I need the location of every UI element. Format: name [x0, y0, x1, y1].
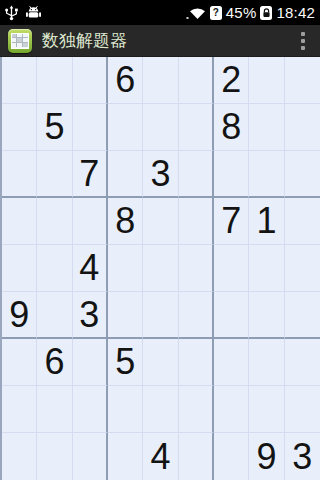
cell-r1c2[interactable] [37, 57, 72, 104]
cell-r2c4[interactable] [108, 104, 143, 151]
cell-r2c8[interactable] [249, 104, 284, 151]
cell-r6c2[interactable] [37, 292, 72, 339]
cell-r2c5[interactable] [143, 104, 178, 151]
adb-debug-icon [25, 5, 42, 20]
cell-r3c4[interactable] [108, 151, 143, 198]
cell-r5c7[interactable] [214, 245, 249, 292]
cell-r8c6[interactable] [179, 386, 214, 433]
cell-r9c5[interactable]: 4 [143, 433, 178, 480]
cell-r8c2[interactable] [37, 386, 72, 433]
cell-r3c1[interactable] [2, 151, 37, 198]
cell-r9c3[interactable] [73, 433, 108, 480]
cell-r6c7[interactable] [214, 292, 249, 339]
cell-r7c2[interactable]: 6 [37, 339, 72, 386]
cell-r7c1[interactable] [2, 339, 37, 386]
cell-r3c8[interactable] [249, 151, 284, 198]
cell-r6c9[interactable] [285, 292, 320, 339]
cell-r4c2[interactable] [37, 198, 72, 245]
cell-r1c3[interactable] [73, 57, 108, 104]
battery-percent: 45% [226, 4, 257, 21]
cell-r4c3[interactable] [73, 198, 108, 245]
cell-r4c1[interactable] [2, 198, 37, 245]
cell-r6c3[interactable]: 3 [73, 292, 108, 339]
cell-r3c6[interactable] [179, 151, 214, 198]
sudoku-board: 62587387149365493 [0, 57, 320, 480]
cell-r6c1[interactable]: 9 [2, 292, 37, 339]
cell-r1c1[interactable] [2, 57, 37, 104]
cell-r2c3[interactable] [73, 104, 108, 151]
cell-r6c8[interactable] [249, 292, 284, 339]
cell-r5c5[interactable] [143, 245, 178, 292]
app-screen: ? 45% 18:42 数独解题器 625873871493654 [0, 0, 320, 480]
cell-r2c1[interactable] [2, 104, 37, 151]
cell-r6c6[interactable] [179, 292, 214, 339]
cell-r4c9[interactable] [285, 198, 320, 245]
clock: 18:42 [276, 4, 315, 21]
action-bar: 数独解题器 [0, 25, 320, 57]
cell-r5c4[interactable] [108, 245, 143, 292]
cell-r8c9[interactable] [285, 386, 320, 433]
cell-r6c5[interactable] [143, 292, 178, 339]
cell-r4c7[interactable]: 7 [214, 198, 249, 245]
cell-r9c2[interactable] [37, 433, 72, 480]
cell-r3c2[interactable] [37, 151, 72, 198]
cell-r1c4[interactable]: 6 [108, 57, 143, 104]
overflow-menu-icon[interactable] [294, 26, 312, 56]
cell-r9c6[interactable] [179, 433, 214, 480]
cell-r5c2[interactable] [37, 245, 72, 292]
cell-r8c8[interactable] [249, 386, 284, 433]
cell-r6c4[interactable] [108, 292, 143, 339]
cell-r2c7[interactable]: 8 [214, 104, 249, 151]
cell-r8c3[interactable] [73, 386, 108, 433]
cell-r9c4[interactable] [108, 433, 143, 480]
cell-r7c9[interactable] [285, 339, 320, 386]
cell-r3c5[interactable]: 3 [143, 151, 178, 198]
cell-r7c6[interactable] [179, 339, 214, 386]
cell-r1c6[interactable] [179, 57, 214, 104]
cell-r3c7[interactable] [214, 151, 249, 198]
cell-r3c3[interactable]: 7 [73, 151, 108, 198]
app-logo-icon [8, 29, 32, 53]
cell-r7c8[interactable] [249, 339, 284, 386]
cell-r4c8[interactable]: 1 [249, 198, 284, 245]
usb-icon [5, 5, 18, 21]
cell-r7c7[interactable] [214, 339, 249, 386]
wifi-icon [186, 6, 206, 20]
cell-r1c7[interactable]: 2 [214, 57, 249, 104]
cell-r8c7[interactable] [214, 386, 249, 433]
cell-r5c9[interactable] [285, 245, 320, 292]
cell-r5c1[interactable] [2, 245, 37, 292]
cell-r2c9[interactable] [285, 104, 320, 151]
cell-r2c6[interactable] [179, 104, 214, 151]
cell-r9c1[interactable] [2, 433, 37, 480]
battery-lock-icon [260, 6, 272, 20]
cell-r7c5[interactable] [143, 339, 178, 386]
cell-r5c8[interactable] [249, 245, 284, 292]
cell-r5c6[interactable] [179, 245, 214, 292]
cell-r8c1[interactable] [2, 386, 37, 433]
cell-r9c7[interactable] [214, 433, 249, 480]
cell-r1c9[interactable] [285, 57, 320, 104]
cell-r1c8[interactable] [249, 57, 284, 104]
cell-r1c5[interactable] [143, 57, 178, 104]
cell-r5c3[interactable]: 4 [73, 245, 108, 292]
cell-r9c8[interactable]: 9 [249, 433, 284, 480]
cell-r9c9[interactable]: 3 [285, 433, 320, 480]
cell-r7c3[interactable] [73, 339, 108, 386]
cell-r8c5[interactable] [143, 386, 178, 433]
cell-r3c9[interactable] [285, 151, 320, 198]
cell-r7c4[interactable]: 5 [108, 339, 143, 386]
app-title: 数独解题器 [42, 29, 127, 52]
battery-unknown-icon: ? [210, 6, 222, 20]
cell-r2c2[interactable]: 5 [37, 104, 72, 151]
cell-r4c6[interactable] [179, 198, 214, 245]
cell-r8c4[interactable] [108, 386, 143, 433]
cell-r4c5[interactable] [143, 198, 178, 245]
cell-r4c4[interactable]: 8 [108, 198, 143, 245]
status-bar: ? 45% 18:42 [0, 0, 320, 25]
